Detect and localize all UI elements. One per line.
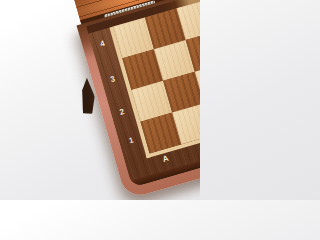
rank-label-1: 1	[128, 136, 134, 145]
photo-background: { "game": "chess", "position": { "fen": …	[0, 0, 200, 200]
rank-label-3: 3	[110, 75, 116, 84]
rank-label-2: 2	[119, 108, 125, 117]
rank-label-4: 4	[99, 40, 105, 49]
file-label-a: A	[162, 155, 170, 164]
